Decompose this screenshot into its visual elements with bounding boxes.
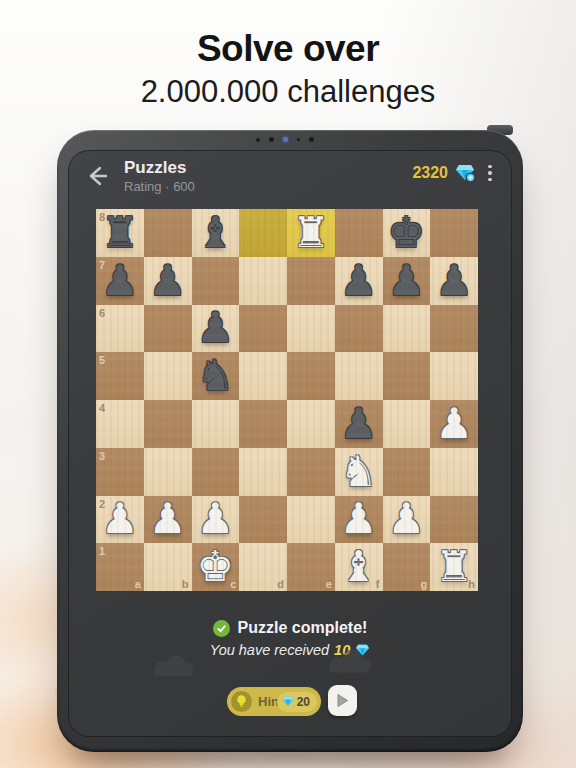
square-f5[interactable] [335,352,383,400]
square-b4[interactable] [144,400,192,448]
square-a3[interactable]: 3 [96,448,144,496]
square-e5[interactable] [287,352,335,400]
square-a1[interactable]: 1a [96,543,144,591]
square-c2[interactable]: ♟ [192,496,240,544]
square-f7[interactable]: ♟ [335,257,383,305]
piece-bP-b7: ♟ [144,257,192,305]
square-a8[interactable]: 8♜ [96,209,144,257]
back-arrow-icon[interactable] [84,163,110,189]
square-d1[interactable]: d [239,543,287,591]
square-h8[interactable] [430,209,478,257]
square-d5[interactable] [239,352,287,400]
square-e6[interactable] [287,305,335,353]
camera-lens-icon [283,137,288,142]
tablet-frame: Puzzles Rating · 600 2320 8♜♝♜♚7♟♟♟♟♟6♟5… [57,130,523,752]
square-c1[interactable]: c♚ [192,543,240,591]
piece-wP-c2: ♟ [192,496,240,544]
square-h4[interactable]: ♟ [430,400,478,448]
piece-wR-h1: ♜ [430,543,478,591]
square-g1[interactable]: g [383,543,431,591]
reward-row: You have received 10 [68,642,512,658]
cloud-silhouette [325,650,373,674]
square-d3[interactable] [239,448,287,496]
piece-wB-f1: ♝ [335,543,383,591]
rank-label-3: 3 [99,450,105,462]
square-f8[interactable] [335,209,383,257]
headline-line2: 2.000.000 challenges [0,73,576,111]
gem-icon [282,696,294,707]
gem-plus-icon[interactable] [455,164,475,182]
square-g6[interactable] [383,305,431,353]
square-b2[interactable]: ♟ [144,496,192,544]
piece-bP-f7: ♟ [335,257,383,305]
square-d8[interactable] [239,209,287,257]
square-f6[interactable] [335,305,383,353]
piece-bP-c6: ♟ [192,305,240,353]
piece-wP-f2: ♟ [335,496,383,544]
piece-bR-a8: ♜ [96,209,144,257]
square-h1[interactable]: h♜ [430,543,478,591]
app-screen: Puzzles Rating · 600 2320 8♜♝♜♚7♟♟♟♟♟6♟5… [68,150,512,737]
square-g3[interactable] [383,448,431,496]
square-c4[interactable] [192,400,240,448]
square-h3[interactable] [430,448,478,496]
square-a5[interactable]: 5 [96,352,144,400]
piece-wP-h4: ♟ [430,400,478,448]
square-c7[interactable] [192,257,240,305]
hint-button[interactable]: Hint 20 [227,687,321,716]
piece-bB-c8: ♝ [192,209,240,257]
app-header: Puzzles Rating · 600 2320 [68,150,512,204]
piece-bP-g7: ♟ [383,257,431,305]
reward-text: You have received [210,642,329,658]
square-e8[interactable]: ♜ [287,209,335,257]
square-e4[interactable] [287,400,335,448]
square-f4[interactable]: ♟ [335,400,383,448]
square-d7[interactable] [239,257,287,305]
piece-wP-g2: ♟ [383,496,431,544]
piece-bP-h7: ♟ [430,257,478,305]
chess-board: 8♜♝♜♚7♟♟♟♟♟6♟5♞4♟♟3♞2♟♟♟♟♟1abc♚def♝gh♜ [96,209,478,591]
gem-counter[interactable]: 2320 [412,164,448,182]
square-f3[interactable]: ♞ [335,448,383,496]
square-a7[interactable]: 7♟ [96,257,144,305]
piece-wK-c1: ♚ [192,543,240,591]
piece-bK-g8: ♚ [383,209,431,257]
square-g4[interactable] [383,400,431,448]
piece-bN-c5: ♞ [192,352,240,400]
square-f2[interactable]: ♟ [335,496,383,544]
file-label-g: g [421,578,428,590]
next-puzzle-button[interactable] [328,685,357,716]
square-b1[interactable]: b [144,543,192,591]
file-label-e: e [326,578,332,590]
square-e1[interactable]: e [287,543,335,591]
square-h5[interactable] [430,352,478,400]
square-c5[interactable]: ♞ [192,352,240,400]
piece-wP-b2: ♟ [144,496,192,544]
file-label-d: d [277,578,284,590]
square-b7[interactable]: ♟ [144,257,192,305]
page-title: Puzzles [124,158,186,178]
lightbulb-icon [231,691,252,712]
square-e7[interactable] [287,257,335,305]
headline-line1: Solve over [0,28,576,70]
square-b5[interactable] [144,352,192,400]
square-a4[interactable]: 4 [96,400,144,448]
square-a2[interactable]: 2♟ [96,496,144,544]
square-c3[interactable] [192,448,240,496]
square-g2[interactable]: ♟ [383,496,431,544]
square-a6[interactable]: 6 [96,305,144,353]
rank-label-4: 4 [99,402,105,414]
piece-bP-a7: ♟ [96,257,144,305]
square-b8[interactable] [144,209,192,257]
tablet-camera-array [256,137,314,142]
square-b6[interactable] [144,305,192,353]
rank-label-5: 5 [99,354,105,366]
puzzle-complete-text: Puzzle complete! [238,619,368,637]
square-g8[interactable]: ♚ [383,209,431,257]
rating-subtitle: Rating · 600 [124,179,195,194]
puzzle-complete-row: Puzzle complete! [68,619,512,637]
rank-label-6: 6 [99,307,105,319]
piece-bP-f4: ♟ [335,400,383,448]
square-g5[interactable] [383,352,431,400]
square-h7[interactable]: ♟ [430,257,478,305]
play-icon [336,693,349,708]
square-d4[interactable] [239,400,287,448]
piece-wN-f3: ♞ [335,448,383,496]
square-d6[interactable] [239,305,287,353]
piece-wP-a2: ♟ [96,496,144,544]
check-icon [213,620,230,637]
square-d2[interactable] [239,496,287,544]
square-f1[interactable]: f♝ [335,543,383,591]
square-h6[interactable] [430,305,478,353]
square-h2[interactable] [430,496,478,544]
square-g7[interactable]: ♟ [383,257,431,305]
square-c8[interactable]: ♝ [192,209,240,257]
rank-label-1: 1 [99,545,105,557]
square-e3[interactable] [287,448,335,496]
hint-cost-badge: 20 [277,692,317,712]
hint-cost: 20 [297,695,310,709]
cloud-silhouette [150,655,196,677]
square-e2[interactable] [287,496,335,544]
menu-icon[interactable] [482,162,498,184]
square-b3[interactable] [144,448,192,496]
file-label-b: b [182,578,189,590]
square-c6[interactable]: ♟ [192,305,240,353]
file-label-a: a [135,578,141,590]
headline: Solve over 2.000.000 challenges [0,28,576,111]
piece-wR-e8: ♜ [287,209,335,257]
